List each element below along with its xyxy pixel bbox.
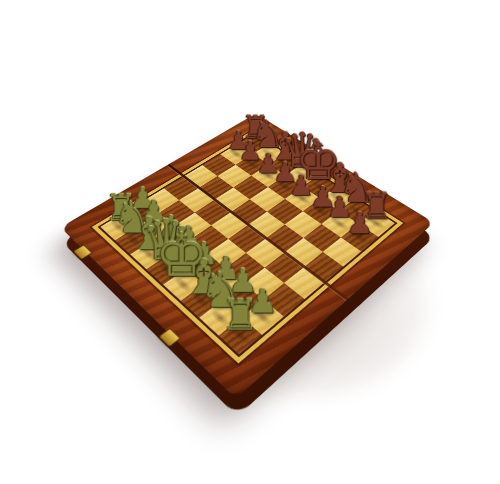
chess-set-photo: ♜♞♝♛♚♝♞♜♟♟♟♟♟♟♟♟♟♟♟♟♟♟♟♟♜♞♝♛♚♝♞♜	[0, 0, 500, 484]
piece-white-rook: ♜	[205, 294, 276, 336]
board-tilt: ♜♞♝♛♚♝♞♜♟♟♟♟♟♟♟♟♟♟♟♟♟♟♟♟♜♞♝♛♚♝♞♜	[60, 113, 434, 398]
board-scene: ♜♞♝♛♚♝♞♜♟♟♟♟♟♟♟♟♟♟♟♟♟♟♟♟♜♞♝♛♚♝♞♜	[116, 93, 380, 357]
piece-black-pawn: ♟	[329, 209, 390, 239]
